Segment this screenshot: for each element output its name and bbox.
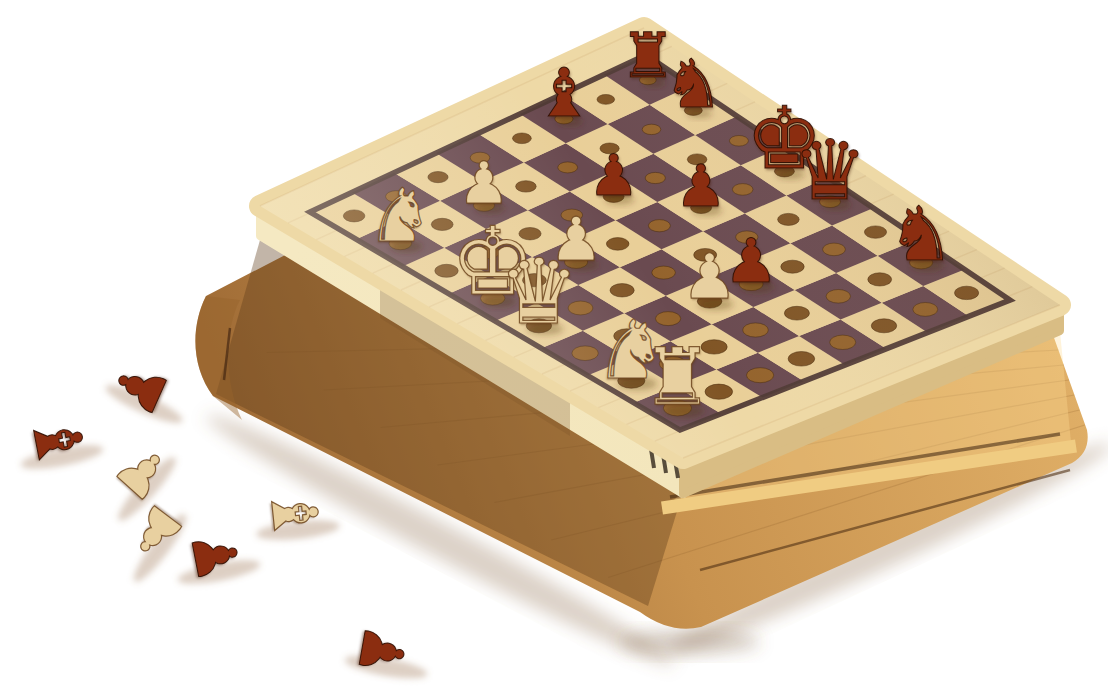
travel-chess-set-photo: ♜♞♝♚♟♛♟♟♞♟♞♟♚♟♛♞♟♜♝♟♝♟♟♟ (0, 0, 1108, 688)
captured-piece-black-pawn[interactable]: ♟ (349, 620, 415, 681)
piece-white-rook-a1[interactable]: ♜ (642, 339, 713, 418)
piece-black-pawn-f5[interactable]: ♟ (588, 146, 639, 203)
captured-piece-black-pawn[interactable]: ♟ (182, 525, 249, 587)
piece-white-pawn-g3[interactable]: ♟ (458, 154, 510, 212)
piece-black-knight-b8[interactable]: ♞ (887, 197, 954, 272)
captured-piece-white-bishop[interactable]: ♝ (260, 483, 327, 545)
piece-white-queen-d1[interactable]: ♛ (499, 247, 580, 337)
piece-black-bishop-h6[interactable]: ♝ (534, 60, 594, 127)
captured-piece-black-pawn[interactable]: ♟ (102, 351, 179, 425)
piece-black-queen-d8[interactable]: ♛ (793, 129, 867, 212)
piece-white-knight-g1[interactable]: ♞ (367, 178, 433, 252)
captured-piece-black-bishop[interactable]: ♝ (21, 407, 95, 476)
chess-pieces-layer: ♜♞♝♚♟♛♟♟♞♟♞♟♚♟♛♞♟♜♝♟♝♟♟♟ (0, 0, 1108, 688)
piece-black-pawn-e6[interactable]: ♟ (675, 157, 727, 215)
piece-white-pawn-c4[interactable]: ♟ (682, 247, 738, 309)
piece-black-knight-g8[interactable]: ♞ (663, 51, 723, 118)
